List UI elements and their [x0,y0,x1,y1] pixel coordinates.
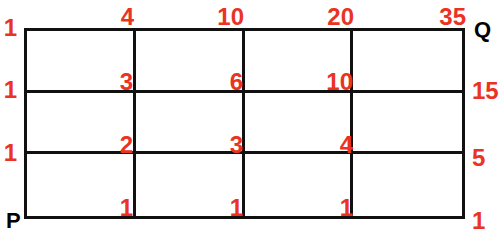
grid-cell [353,93,462,155]
path-count-6: 6 [183,70,243,94]
path-count-bottom-1b: 1 [183,196,243,220]
lattice-path-diagram: 4 10 20 35 1 1 1 3 6 10 2 3 4 1 1 1 15 5… [0,0,500,247]
end-label-q: Q [474,18,491,42]
path-count-4: 4 [293,133,353,157]
path-count-right-15: 15 [472,79,500,103]
path-count-top-4: 4 [74,5,134,29]
grid-cell [353,154,462,216]
grid-cell [353,31,462,93]
path-count-right-1: 1 [472,209,500,233]
lattice-grid [24,28,465,219]
path-count-left-1a: 1 [0,16,17,40]
path-count-top-10: 10 [184,5,244,29]
path-count-bottom-1a: 1 [73,196,133,220]
path-count-left-1c: 1 [0,141,17,165]
path-count-right-5: 5 [472,146,500,170]
path-count-bottom-1c: 1 [293,196,353,220]
path-count-10: 10 [293,70,353,94]
path-count-3: 3 [73,70,133,94]
start-label-p: P [6,209,21,233]
path-count-top-35: 35 [406,5,466,29]
path-count-top-20: 20 [294,5,354,29]
path-count-3b: 3 [183,133,243,157]
path-count-left-1b: 1 [0,78,17,102]
path-count-2: 2 [73,133,133,157]
